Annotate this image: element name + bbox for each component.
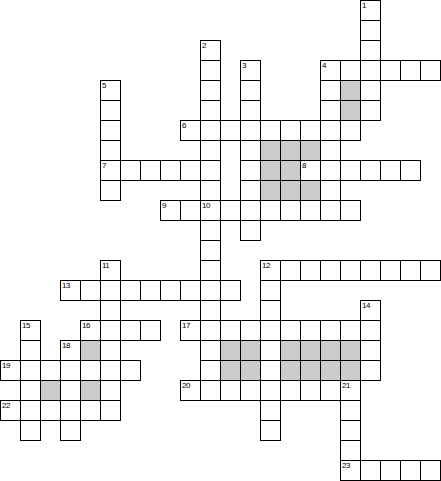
grid-cell[interactable]: 9 bbox=[160, 200, 181, 221]
grid-cell[interactable] bbox=[360, 80, 381, 101]
grid-cell[interactable] bbox=[200, 100, 221, 121]
grid-cell[interactable] bbox=[220, 320, 241, 341]
grid-cell[interactable] bbox=[420, 460, 441, 481]
clue-number: 7 bbox=[102, 161, 106, 170]
blocked-cell bbox=[260, 160, 281, 181]
grid-cell[interactable] bbox=[80, 400, 101, 421]
grid-cell[interactable] bbox=[420, 260, 441, 281]
grid-cell[interactable] bbox=[320, 100, 341, 121]
grid-cell[interactable] bbox=[340, 400, 361, 421]
clue-number: 13 bbox=[62, 281, 70, 290]
clue-number: 18 bbox=[62, 341, 70, 350]
grid-cell[interactable] bbox=[200, 160, 221, 181]
grid-cell[interactable]: 17 bbox=[180, 320, 201, 341]
grid-cell[interactable] bbox=[320, 80, 341, 101]
blocked-cell bbox=[340, 360, 361, 381]
grid-cell[interactable] bbox=[340, 420, 361, 441]
grid-cell[interactable] bbox=[320, 320, 341, 341]
grid-cell[interactable] bbox=[120, 280, 141, 301]
blocked-cell bbox=[300, 340, 321, 361]
grid-cell[interactable] bbox=[140, 160, 161, 181]
grid-cell[interactable] bbox=[200, 220, 221, 241]
grid-cell[interactable] bbox=[200, 140, 221, 161]
grid-cell[interactable] bbox=[260, 320, 281, 341]
grid-cell[interactable] bbox=[20, 420, 41, 441]
grid-cell[interactable] bbox=[60, 420, 81, 441]
grid-cell[interactable] bbox=[20, 400, 41, 421]
grid-cell[interactable]: 7 bbox=[100, 160, 121, 181]
grid-cell[interactable] bbox=[340, 120, 361, 141]
grid-cell[interactable] bbox=[360, 60, 381, 81]
grid-cell[interactable] bbox=[200, 120, 221, 141]
grid-cell[interactable] bbox=[100, 300, 121, 321]
grid-cell[interactable] bbox=[340, 260, 361, 281]
grid-cell[interactable] bbox=[200, 300, 221, 321]
grid-cell[interactable] bbox=[200, 280, 221, 301]
grid-cell[interactable] bbox=[100, 140, 121, 161]
clue-number: 10 bbox=[202, 201, 210, 210]
grid-cell[interactable] bbox=[360, 40, 381, 61]
grid-cell[interactable]: 18 bbox=[60, 340, 81, 361]
clue-number: 2 bbox=[202, 41, 206, 50]
blocked-cell bbox=[40, 380, 61, 401]
grid-cell[interactable]: 4 bbox=[320, 60, 341, 81]
grid-cell[interactable]: 12 bbox=[260, 260, 281, 281]
grid-cell[interactable] bbox=[260, 400, 281, 421]
grid-cell[interactable] bbox=[360, 260, 381, 281]
grid-cell[interactable]: 23 bbox=[340, 460, 361, 481]
grid-cell[interactable]: 11 bbox=[100, 260, 121, 281]
grid-cell[interactable] bbox=[260, 120, 281, 141]
grid-cell[interactable]: 20 bbox=[180, 380, 201, 401]
blocked-cell bbox=[240, 340, 261, 361]
clue-number: 14 bbox=[362, 301, 370, 310]
clue-number: 9 bbox=[162, 201, 166, 210]
grid-cell[interactable] bbox=[180, 200, 201, 221]
grid-cell[interactable] bbox=[240, 200, 261, 221]
grid-cell[interactable] bbox=[260, 360, 281, 381]
grid-cell[interactable] bbox=[200, 60, 221, 81]
crossword-board: 1234567891011121314151617181920212223 bbox=[0, 0, 441, 481]
grid-cell[interactable]: 21 bbox=[340, 380, 361, 401]
grid-cell[interactable] bbox=[380, 160, 401, 181]
grid-cell[interactable] bbox=[400, 260, 421, 281]
grid-cell[interactable] bbox=[360, 160, 381, 181]
grid-cell[interactable] bbox=[180, 160, 201, 181]
grid-cell[interactable] bbox=[20, 380, 41, 401]
clue-number: 23 bbox=[342, 461, 350, 470]
grid-cell[interactable] bbox=[200, 240, 221, 261]
grid-cell[interactable] bbox=[320, 140, 341, 161]
grid-cell[interactable] bbox=[100, 380, 121, 401]
blocked-cell bbox=[280, 360, 301, 381]
grid-cell[interactable]: 13 bbox=[60, 280, 81, 301]
grid-cell[interactable]: 3 bbox=[240, 60, 261, 81]
grid-cell[interactable] bbox=[100, 100, 121, 121]
grid-cell[interactable] bbox=[320, 260, 341, 281]
grid-cell[interactable] bbox=[200, 340, 221, 361]
grid-cell[interactable]: 16 bbox=[80, 320, 101, 341]
grid-cell[interactable]: 19 bbox=[0, 360, 21, 381]
blocked-cell bbox=[280, 180, 301, 201]
grid-cell[interactable] bbox=[340, 200, 361, 221]
clue-number: 5 bbox=[102, 81, 106, 90]
grid-cell[interactable] bbox=[300, 380, 321, 401]
grid-cell[interactable] bbox=[100, 360, 121, 381]
clue-number: 21 bbox=[342, 381, 350, 390]
grid-cell[interactable] bbox=[100, 120, 121, 141]
grid-cell[interactable] bbox=[120, 360, 141, 381]
grid-cell[interactable]: 8 bbox=[300, 160, 321, 181]
grid-cell[interactable] bbox=[280, 260, 301, 281]
grid-cell[interactable] bbox=[360, 360, 381, 381]
grid-cell[interactable] bbox=[360, 340, 381, 361]
grid-cell[interactable] bbox=[400, 160, 421, 181]
grid-cell[interactable] bbox=[260, 200, 281, 221]
clue-number: 6 bbox=[182, 121, 186, 130]
grid-cell[interactable] bbox=[120, 320, 141, 341]
grid-cell[interactable] bbox=[100, 320, 121, 341]
grid-cell[interactable] bbox=[100, 180, 121, 201]
grid-cell[interactable] bbox=[360, 20, 381, 41]
grid-cell[interactable] bbox=[240, 100, 261, 121]
blocked-cell bbox=[340, 340, 361, 361]
grid-cell[interactable] bbox=[100, 340, 121, 361]
grid-cell[interactable] bbox=[360, 320, 381, 341]
grid-cell[interactable] bbox=[340, 60, 361, 81]
grid-cell[interactable] bbox=[280, 380, 301, 401]
grid-cell[interactable] bbox=[160, 160, 181, 181]
grid-cell[interactable] bbox=[160, 280, 181, 301]
grid-cell[interactable] bbox=[320, 380, 341, 401]
clue-number: 8 bbox=[302, 161, 306, 170]
grid-cell[interactable] bbox=[260, 280, 281, 301]
blocked-cell bbox=[300, 180, 321, 201]
grid-cell[interactable] bbox=[320, 200, 341, 221]
grid-cell[interactable] bbox=[380, 260, 401, 281]
blocked-cell bbox=[260, 140, 281, 161]
grid-cell[interactable] bbox=[300, 120, 321, 141]
grid-cell[interactable] bbox=[320, 120, 341, 141]
grid-cell[interactable] bbox=[340, 440, 361, 461]
grid-cell[interactable] bbox=[260, 300, 281, 321]
blocked-cell bbox=[280, 160, 301, 181]
blocked-cell bbox=[340, 100, 361, 121]
clue-number: 22 bbox=[2, 401, 10, 410]
grid-cell[interactable] bbox=[20, 340, 41, 361]
grid-cell[interactable] bbox=[240, 80, 261, 101]
grid-cell[interactable]: 10 bbox=[200, 200, 221, 221]
blocked-cell bbox=[340, 80, 361, 101]
grid-cell[interactable] bbox=[360, 460, 381, 481]
blocked-cell bbox=[220, 340, 241, 361]
clue-number: 19 bbox=[2, 361, 10, 370]
grid-cell[interactable] bbox=[140, 320, 161, 341]
grid-cell[interactable] bbox=[180, 280, 201, 301]
grid-cell[interactable] bbox=[300, 200, 321, 221]
grid-cell[interactable] bbox=[200, 80, 221, 101]
grid-cell[interactable] bbox=[300, 260, 321, 281]
grid-cell[interactable] bbox=[220, 380, 241, 401]
clue-number: 17 bbox=[182, 321, 190, 330]
grid-cell[interactable] bbox=[200, 260, 221, 281]
grid-cell[interactable] bbox=[240, 160, 261, 181]
grid-cell[interactable] bbox=[380, 60, 401, 81]
grid-cell[interactable]: 22 bbox=[0, 400, 21, 421]
grid-cell[interactable] bbox=[240, 320, 261, 341]
grid-cell[interactable] bbox=[280, 320, 301, 341]
clue-number: 3 bbox=[242, 61, 246, 70]
grid-cell[interactable] bbox=[240, 180, 261, 201]
grid-cell[interactable] bbox=[280, 120, 301, 141]
grid-cell[interactable] bbox=[60, 400, 81, 421]
grid-cell[interactable] bbox=[260, 340, 281, 361]
grid-cell[interactable] bbox=[120, 160, 141, 181]
grid-cell[interactable] bbox=[300, 320, 321, 341]
grid-cell[interactable] bbox=[200, 360, 221, 381]
blocked-cell bbox=[80, 340, 101, 361]
grid-cell[interactable] bbox=[360, 100, 381, 121]
blocked-cell bbox=[300, 140, 321, 161]
grid-cell[interactable] bbox=[240, 380, 261, 401]
grid-cell[interactable]: 6 bbox=[180, 120, 201, 141]
grid-cell[interactable] bbox=[380, 460, 401, 481]
grid-cell[interactable] bbox=[60, 380, 81, 401]
grid-cell[interactable]: 15 bbox=[20, 320, 41, 341]
grid-cell[interactable] bbox=[220, 200, 241, 221]
grid-cell[interactable] bbox=[400, 60, 421, 81]
grid-cell[interactable] bbox=[60, 360, 81, 381]
grid-cell[interactable] bbox=[320, 180, 341, 201]
grid-cell[interactable] bbox=[140, 280, 161, 301]
grid-cell[interactable]: 14 bbox=[360, 300, 381, 321]
clue-number: 16 bbox=[82, 321, 90, 330]
grid-cell[interactable] bbox=[40, 360, 61, 381]
clue-number: 15 bbox=[22, 321, 30, 330]
clue-number: 11 bbox=[102, 261, 109, 270]
grid-cell[interactable] bbox=[20, 360, 41, 381]
grid-cell[interactable]: 1 bbox=[360, 0, 381, 21]
grid-cell[interactable] bbox=[320, 160, 341, 181]
grid-cell[interactable]: 5 bbox=[100, 80, 121, 101]
clue-number: 4 bbox=[322, 61, 326, 70]
grid-cell[interactable] bbox=[80, 280, 101, 301]
grid-cell[interactable] bbox=[240, 220, 261, 241]
grid-cell[interactable] bbox=[220, 120, 241, 141]
grid-cell[interactable] bbox=[40, 400, 61, 421]
grid-cell[interactable] bbox=[260, 420, 281, 441]
grid-cell[interactable] bbox=[420, 60, 441, 81]
grid-cell[interactable] bbox=[200, 380, 221, 401]
blocked-cell bbox=[220, 360, 241, 381]
blocked-cell bbox=[240, 360, 261, 381]
grid-cell[interactable] bbox=[80, 360, 101, 381]
clue-number: 1 bbox=[362, 1, 366, 10]
blocked-cell bbox=[320, 360, 341, 381]
grid-cell[interactable] bbox=[260, 380, 281, 401]
grid-cell[interactable]: 2 bbox=[200, 40, 221, 61]
blocked-cell bbox=[260, 180, 281, 201]
grid-cell[interactable] bbox=[240, 120, 261, 141]
blocked-cell bbox=[300, 360, 321, 381]
blocked-cell bbox=[320, 340, 341, 361]
grid-cell[interactable] bbox=[200, 180, 221, 201]
grid-cell[interactable] bbox=[240, 140, 261, 161]
grid-cell[interactable] bbox=[340, 320, 361, 341]
grid-cell[interactable] bbox=[100, 400, 121, 421]
grid-cell[interactable] bbox=[100, 280, 121, 301]
grid-cell[interactable] bbox=[340, 160, 361, 181]
grid-cell[interactable] bbox=[280, 200, 301, 221]
grid-cell[interactable] bbox=[200, 320, 221, 341]
clue-number: 20 bbox=[182, 381, 190, 390]
blocked-cell bbox=[280, 140, 301, 161]
clue-number: 12 bbox=[262, 261, 270, 270]
grid-cell[interactable] bbox=[400, 460, 421, 481]
blocked-cell bbox=[280, 340, 301, 361]
grid-cell[interactable] bbox=[220, 280, 241, 301]
blocked-cell bbox=[80, 380, 101, 401]
